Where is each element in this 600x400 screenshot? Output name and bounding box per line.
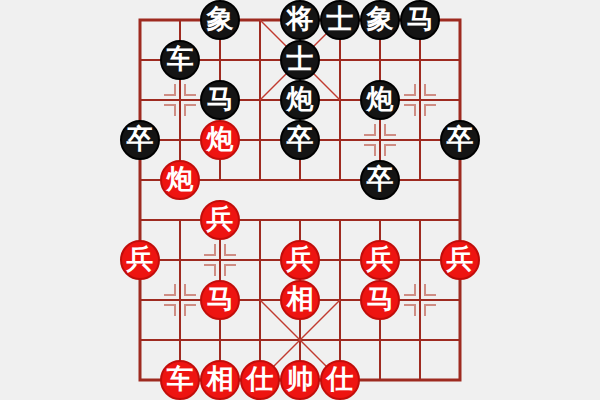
piece-red-advisor[interactable]: 仕 bbox=[240, 360, 280, 400]
point-f2-r1[interactable] bbox=[200, 40, 240, 80]
piece-red-cannon[interactable]: 炮 bbox=[160, 160, 200, 200]
point-f1-r6[interactable] bbox=[160, 240, 200, 280]
piece-black-horse[interactable]: 马 bbox=[200, 80, 240, 120]
point-f7-r2[interactable] bbox=[400, 80, 440, 120]
point-f3-r9[interactable]: 仕 bbox=[240, 360, 280, 400]
point-f4-r2[interactable]: 炮 bbox=[280, 80, 320, 120]
point-f4-r1[interactable]: 士 bbox=[280, 40, 320, 80]
point-f6-r4[interactable]: 卒 bbox=[360, 160, 400, 200]
piece-red-elephant[interactable]: 相 bbox=[280, 280, 320, 320]
point-f0-r8[interactable] bbox=[120, 320, 160, 360]
board-points-grid: 象将士象马车士马炮炮卒炮卒卒炮卒兵兵兵兵兵马相马车相仕帅仕 bbox=[120, 0, 480, 400]
point-f0-r6[interactable]: 兵 bbox=[120, 240, 160, 280]
point-f7-r4[interactable] bbox=[400, 160, 440, 200]
point-f8-r3[interactable]: 卒 bbox=[440, 120, 480, 160]
point-f4-r6[interactable]: 兵 bbox=[280, 240, 320, 280]
point-f6-r1[interactable] bbox=[360, 40, 400, 80]
piece-red-pawn[interactable]: 兵 bbox=[360, 240, 400, 280]
point-f0-r0[interactable] bbox=[120, 0, 160, 40]
point-f4-r8[interactable] bbox=[280, 320, 320, 360]
point-f2-r3[interactable]: 炮 bbox=[200, 120, 240, 160]
point-f1-r5[interactable] bbox=[160, 200, 200, 240]
point-f4-r9[interactable]: 帅 bbox=[280, 360, 320, 400]
piece-black-pawn[interactable]: 卒 bbox=[440, 120, 480, 160]
point-f3-r4[interactable] bbox=[240, 160, 280, 200]
point-f1-r8[interactable] bbox=[160, 320, 200, 360]
point-f7-r0[interactable]: 马 bbox=[400, 0, 440, 40]
point-f5-r1[interactable] bbox=[320, 40, 360, 80]
point-f0-r9[interactable] bbox=[120, 360, 160, 400]
point-f1-r2[interactable] bbox=[160, 80, 200, 120]
piece-black-cannon[interactable]: 炮 bbox=[360, 80, 400, 120]
point-f2-r6[interactable] bbox=[200, 240, 240, 280]
point-f0-r7[interactable] bbox=[120, 280, 160, 320]
point-f6-r7[interactable]: 马 bbox=[360, 280, 400, 320]
point-f8-r4[interactable] bbox=[440, 160, 480, 200]
point-f2-r0[interactable]: 象 bbox=[200, 0, 240, 40]
point-f6-r5[interactable] bbox=[360, 200, 400, 240]
point-f3-r1[interactable] bbox=[240, 40, 280, 80]
point-f3-r0[interactable] bbox=[240, 0, 280, 40]
point-f2-r2[interactable]: 马 bbox=[200, 80, 240, 120]
piece-black-advisor[interactable]: 士 bbox=[280, 40, 320, 80]
point-f3-r6[interactable] bbox=[240, 240, 280, 280]
point-f6-r2[interactable]: 炮 bbox=[360, 80, 400, 120]
point-f4-r5[interactable] bbox=[280, 200, 320, 240]
point-f3-r8[interactable] bbox=[240, 320, 280, 360]
piece-red-elephant[interactable]: 相 bbox=[200, 360, 240, 400]
point-f2-r5[interactable]: 兵 bbox=[200, 200, 240, 240]
point-f5-r5[interactable] bbox=[320, 200, 360, 240]
piece-black-elephant[interactable]: 象 bbox=[360, 0, 400, 40]
point-f6-r0[interactable]: 象 bbox=[360, 0, 400, 40]
piece-red-chariot[interactable]: 车 bbox=[160, 360, 200, 400]
piece-black-advisor[interactable]: 士 bbox=[320, 0, 360, 40]
piece-red-horse[interactable]: 马 bbox=[360, 280, 400, 320]
piece-black-general[interactable]: 将 bbox=[280, 0, 320, 40]
piece-black-chariot[interactable]: 车 bbox=[160, 40, 200, 80]
point-f0-r2[interactable] bbox=[120, 80, 160, 120]
piece-red-pawn[interactable]: 兵 bbox=[440, 240, 480, 280]
piece-black-pawn[interactable]: 卒 bbox=[360, 160, 400, 200]
point-f7-r1[interactable] bbox=[400, 40, 440, 80]
piece-black-pawn[interactable]: 卒 bbox=[120, 120, 160, 160]
piece-black-horse[interactable]: 马 bbox=[400, 0, 440, 40]
point-f3-r7[interactable] bbox=[240, 280, 280, 320]
piece-red-cannon[interactable]: 炮 bbox=[200, 120, 240, 160]
point-f1-r4[interactable]: 炮 bbox=[160, 160, 200, 200]
point-f7-r3[interactable] bbox=[400, 120, 440, 160]
point-f8-r6[interactable]: 兵 bbox=[440, 240, 480, 280]
point-f8-r2[interactable] bbox=[440, 80, 480, 120]
point-f5-r9[interactable]: 仕 bbox=[320, 360, 360, 400]
point-f8-r0[interactable] bbox=[440, 0, 480, 40]
piece-red-pawn[interactable]: 兵 bbox=[280, 240, 320, 280]
point-f1-r7[interactable] bbox=[160, 280, 200, 320]
point-f0-r1[interactable] bbox=[120, 40, 160, 80]
piece-black-cannon[interactable]: 炮 bbox=[280, 80, 320, 120]
point-f3-r3[interactable] bbox=[240, 120, 280, 160]
piece-black-pawn[interactable]: 卒 bbox=[280, 120, 320, 160]
point-f1-r9[interactable]: 车 bbox=[160, 360, 200, 400]
point-f7-r7[interactable] bbox=[400, 280, 440, 320]
point-f1-r1[interactable]: 车 bbox=[160, 40, 200, 80]
point-f8-r9[interactable] bbox=[440, 360, 480, 400]
point-f3-r2[interactable] bbox=[240, 80, 280, 120]
point-f4-r3[interactable]: 卒 bbox=[280, 120, 320, 160]
piece-red-horse[interactable]: 马 bbox=[200, 280, 240, 320]
point-f2-r8[interactable] bbox=[200, 320, 240, 360]
piece-red-pawn[interactable]: 兵 bbox=[120, 240, 160, 280]
piece-black-elephant[interactable]: 象 bbox=[200, 0, 240, 40]
piece-red-general[interactable]: 帅 bbox=[280, 360, 320, 400]
point-f2-r4[interactable] bbox=[200, 160, 240, 200]
point-f8-r8[interactable] bbox=[440, 320, 480, 360]
point-f0-r5[interactable] bbox=[120, 200, 160, 240]
point-f8-r5[interactable] bbox=[440, 200, 480, 240]
point-f7-r8[interactable] bbox=[400, 320, 440, 360]
point-f5-r7[interactable] bbox=[320, 280, 360, 320]
point-f6-r6[interactable]: 兵 bbox=[360, 240, 400, 280]
point-f5-r3[interactable] bbox=[320, 120, 360, 160]
point-f4-r4[interactable] bbox=[280, 160, 320, 200]
point-f0-r4[interactable] bbox=[120, 160, 160, 200]
point-f5-r2[interactable] bbox=[320, 80, 360, 120]
point-f0-r3[interactable]: 卒 bbox=[120, 120, 160, 160]
point-f1-r0[interactable] bbox=[160, 0, 200, 40]
point-f5-r4[interactable] bbox=[320, 160, 360, 200]
point-f3-r5[interactable] bbox=[240, 200, 280, 240]
point-f1-r3[interactable] bbox=[160, 120, 200, 160]
piece-red-advisor[interactable]: 仕 bbox=[320, 360, 360, 400]
point-f2-r7[interactable]: 马 bbox=[200, 280, 240, 320]
point-f6-r9[interactable] bbox=[360, 360, 400, 400]
point-f4-r0[interactable]: 将 bbox=[280, 0, 320, 40]
point-f7-r6[interactable] bbox=[400, 240, 440, 280]
point-f8-r7[interactable] bbox=[440, 280, 480, 320]
point-f8-r1[interactable] bbox=[440, 40, 480, 80]
point-f2-r9[interactable]: 相 bbox=[200, 360, 240, 400]
point-f4-r7[interactable]: 相 bbox=[280, 280, 320, 320]
point-f6-r3[interactable] bbox=[360, 120, 400, 160]
point-f7-r5[interactable] bbox=[400, 200, 440, 240]
piece-red-pawn[interactable]: 兵 bbox=[200, 200, 240, 240]
point-f5-r8[interactable] bbox=[320, 320, 360, 360]
point-f5-r0[interactable]: 士 bbox=[320, 0, 360, 40]
point-f5-r6[interactable] bbox=[320, 240, 360, 280]
xiangqi-board: 象将士象马车士马炮炮卒炮卒卒炮卒兵兵兵兵兵马相马车相仕帅仕 bbox=[0, 0, 600, 400]
point-f6-r8[interactable] bbox=[360, 320, 400, 360]
point-f7-r9[interactable] bbox=[400, 360, 440, 400]
